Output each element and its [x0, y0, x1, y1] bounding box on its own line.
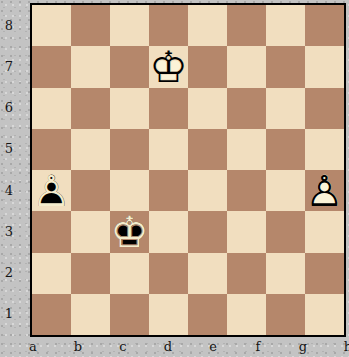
square-d8[interactable]: [149, 5, 188, 46]
square-b3[interactable]: [71, 211, 110, 252]
square-h2[interactable]: [305, 253, 344, 294]
square-a5[interactable]: [32, 129, 71, 170]
square-b8[interactable]: [71, 5, 110, 46]
square-f5[interactable]: [227, 129, 266, 170]
square-h6[interactable]: [305, 88, 344, 129]
square-b5[interactable]: [71, 129, 110, 170]
square-e1[interactable]: [188, 294, 227, 335]
square-d7[interactable]: ♚♔: [149, 46, 188, 87]
square-d2[interactable]: [149, 253, 188, 294]
piece-white-pawn-h4: ♙: [305, 171, 344, 212]
piece-white-king-d7: ♔: [149, 47, 188, 88]
file-label-f: f: [248, 339, 268, 355]
square-g4[interactable]: [266, 170, 305, 211]
chess-board: ♚♔♟♙♟♙♚♔: [30, 3, 346, 337]
square-h5[interactable]: [305, 129, 344, 170]
black-king-fill: ♚: [110, 212, 149, 253]
square-e2[interactable]: [188, 253, 227, 294]
square-g6[interactable]: [266, 88, 305, 129]
square-f3[interactable]: [227, 211, 266, 252]
square-h8[interactable]: [305, 5, 344, 46]
square-c8[interactable]: [110, 5, 149, 46]
square-f1[interactable]: [227, 294, 266, 335]
square-b2[interactable]: [71, 253, 110, 294]
square-h4[interactable]: ♟♙: [305, 170, 344, 211]
rank-label-1: 1: [0, 306, 18, 322]
piece-black-pawn-a4: ♙: [32, 171, 71, 212]
square-b4[interactable]: [71, 170, 110, 211]
square-h3[interactable]: [305, 211, 344, 252]
square-e5[interactable]: [188, 129, 227, 170]
square-a4[interactable]: ♟♙: [32, 170, 71, 211]
square-b7[interactable]: [71, 46, 110, 87]
square-g3[interactable]: [266, 211, 305, 252]
square-b1[interactable]: [71, 294, 110, 335]
file-label-h: h: [338, 339, 349, 355]
square-c2[interactable]: [110, 253, 149, 294]
file-label-c: c: [113, 339, 133, 355]
square-e4[interactable]: [188, 170, 227, 211]
square-d5[interactable]: [149, 129, 188, 170]
square-c3[interactable]: ♚♔: [110, 211, 149, 252]
rank-label-3: 3: [0, 224, 18, 240]
file-label-d: d: [158, 339, 178, 355]
square-f2[interactable]: [227, 253, 266, 294]
square-g1[interactable]: [266, 294, 305, 335]
white-king-fill: ♚: [149, 47, 188, 88]
rank-label-4: 4: [0, 183, 18, 199]
square-a8[interactable]: [32, 5, 71, 46]
file-label-g: g: [293, 339, 313, 355]
rank-label-8: 8: [0, 18, 18, 34]
square-c1[interactable]: [110, 294, 149, 335]
square-f8[interactable]: [227, 5, 266, 46]
square-d4[interactable]: [149, 170, 188, 211]
black-pawn-fill: ♟: [32, 171, 71, 212]
square-g8[interactable]: [266, 5, 305, 46]
file-label-e: e: [203, 339, 223, 355]
rank-label-6: 6: [0, 100, 18, 116]
piece-black-king-c3: ♔: [110, 212, 149, 253]
white-pawn-fill: ♟: [305, 171, 344, 212]
square-c5[interactable]: [110, 129, 149, 170]
square-d1[interactable]: [149, 294, 188, 335]
file-label-a: a: [23, 339, 43, 355]
square-a1[interactable]: [32, 294, 71, 335]
square-e7[interactable]: [188, 46, 227, 87]
rank-label-5: 5: [0, 141, 18, 157]
rank-label-2: 2: [0, 265, 18, 281]
square-e6[interactable]: [188, 88, 227, 129]
rank-label-7: 7: [0, 59, 18, 75]
square-e8[interactable]: [188, 5, 227, 46]
square-b6[interactable]: [71, 88, 110, 129]
square-c4[interactable]: [110, 170, 149, 211]
square-a7[interactable]: [32, 46, 71, 87]
square-h7[interactable]: [305, 46, 344, 87]
square-g7[interactable]: [266, 46, 305, 87]
square-g2[interactable]: [266, 253, 305, 294]
square-a3[interactable]: [32, 211, 71, 252]
square-c7[interactable]: [110, 46, 149, 87]
square-a6[interactable]: [32, 88, 71, 129]
square-c6[interactable]: [110, 88, 149, 129]
square-d3[interactable]: [149, 211, 188, 252]
square-d6[interactable]: [149, 88, 188, 129]
file-label-b: b: [68, 339, 88, 355]
square-f6[interactable]: [227, 88, 266, 129]
square-f4[interactable]: [227, 170, 266, 211]
square-a2[interactable]: [32, 253, 71, 294]
square-f7[interactable]: [227, 46, 266, 87]
square-e3[interactable]: [188, 211, 227, 252]
square-g5[interactable]: [266, 129, 305, 170]
square-h1[interactable]: [305, 294, 344, 335]
chess-diagram: ♚♔♟♙♟♙♚♔ 87654321 abcdefgh: [0, 0, 349, 357]
